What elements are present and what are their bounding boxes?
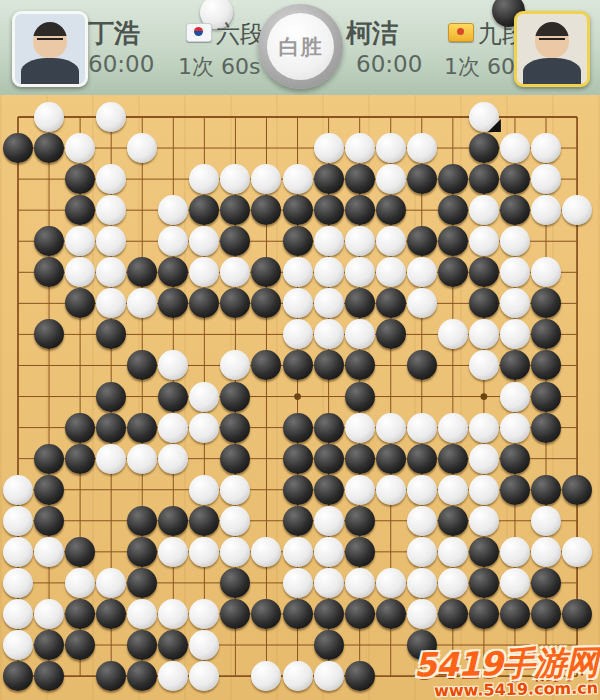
- stone-black[interactable]: [500, 195, 530, 225]
- stone-black[interactable]: [283, 350, 313, 380]
- stone-white[interactable]: [158, 444, 188, 474]
- stone-white[interactable]: [314, 226, 344, 256]
- stone-black[interactable]: [314, 164, 344, 194]
- stone-white[interactable]: [314, 537, 344, 567]
- stone-black[interactable]: [220, 382, 250, 412]
- stone-black[interactable]: [158, 382, 188, 412]
- player-white-rank: 六段: [216, 18, 264, 50]
- stone-black[interactable]: [158, 506, 188, 536]
- stone-white[interactable]: [407, 568, 437, 598]
- stone-white[interactable]: [96, 102, 126, 132]
- stone-black[interactable]: [314, 444, 344, 474]
- stone-white[interactable]: [376, 133, 406, 163]
- stone-white[interactable]: [376, 257, 406, 287]
- player-white-time: 60:00: [88, 51, 154, 77]
- stone-white[interactable]: [3, 568, 33, 598]
- stone-black[interactable]: [345, 164, 375, 194]
- gold-badge-icon: [448, 23, 474, 42]
- go-board[interactable]: [0, 95, 600, 700]
- watermark-title: 5419手游网: [414, 645, 598, 681]
- stone-white[interactable]: [158, 537, 188, 567]
- stone-white[interactable]: [345, 568, 375, 598]
- stone-black[interactable]: [438, 257, 468, 287]
- stone-black[interactable]: [34, 133, 64, 163]
- stone-white[interactable]: [3, 506, 33, 536]
- stone-black[interactable]: [438, 195, 468, 225]
- stone-white[interactable]: [189, 537, 219, 567]
- stone-white[interactable]: [407, 599, 437, 629]
- stone-black[interactable]: [34, 444, 64, 474]
- stone-black[interactable]: [345, 444, 375, 474]
- stone-white[interactable]: [127, 444, 157, 474]
- player-black-name: 柯洁: [346, 16, 398, 51]
- stone-black[interactable]: [438, 444, 468, 474]
- stone-white[interactable]: [3, 630, 33, 660]
- stone-white[interactable]: [407, 475, 437, 505]
- stone-black[interactable]: [438, 599, 468, 629]
- stone-white[interactable]: [345, 257, 375, 287]
- stone-white[interactable]: [531, 164, 561, 194]
- avatar-glasses: [37, 38, 63, 47]
- stone-black[interactable]: [314, 475, 344, 505]
- stone-black[interactable]: [531, 382, 561, 412]
- player-black-time: 60:00: [356, 51, 422, 77]
- stone-black[interactable]: [345, 288, 375, 318]
- stone-white[interactable]: [345, 475, 375, 505]
- stone-white[interactable]: [500, 382, 530, 412]
- stone-black[interactable]: [314, 195, 344, 225]
- stone-white[interactable]: [438, 568, 468, 598]
- stone-white[interactable]: [407, 257, 437, 287]
- stone-black[interactable]: [376, 195, 406, 225]
- stone-black[interactable]: [283, 506, 313, 536]
- stone-white[interactable]: [189, 475, 219, 505]
- stone-black[interactable]: [127, 568, 157, 598]
- stone-white[interactable]: [345, 413, 375, 443]
- stone-white[interactable]: [314, 661, 344, 691]
- stone-black[interactable]: [531, 568, 561, 598]
- stone-black[interactable]: [34, 475, 64, 505]
- stone-black[interactable]: [469, 599, 499, 629]
- stone-white[interactable]: [531, 195, 561, 225]
- stone-white[interactable]: [438, 475, 468, 505]
- stone-black[interactable]: [562, 599, 592, 629]
- stone-white[interactable]: [189, 382, 219, 412]
- stone-white[interactable]: [65, 568, 95, 598]
- player-white-avatar[interactable]: [12, 11, 88, 87]
- stone-white[interactable]: [283, 288, 313, 318]
- stone-white[interactable]: [376, 226, 406, 256]
- player-white-name: 丁浩: [88, 16, 140, 51]
- watermark-url: www.5419.com.cn: [414, 680, 598, 699]
- stone-black[interactable]: [34, 630, 64, 660]
- stone-black[interactable]: [376, 444, 406, 474]
- stone-black[interactable]: [3, 133, 33, 163]
- stone-white[interactable]: [158, 413, 188, 443]
- avatar-body: [523, 58, 581, 87]
- stone-white[interactable]: [376, 164, 406, 194]
- stone-white[interactable]: [469, 444, 499, 474]
- stone-white[interactable]: [407, 537, 437, 567]
- stone-black[interactable]: [283, 413, 313, 443]
- stone-black[interactable]: [34, 506, 64, 536]
- stone-black[interactable]: [283, 195, 313, 225]
- stone-black[interactable]: [469, 164, 499, 194]
- stone-white[interactable]: [407, 506, 437, 536]
- stone-white[interactable]: [283, 661, 313, 691]
- stone-white[interactable]: [220, 506, 250, 536]
- stone-black[interactable]: [3, 661, 33, 691]
- stone-white[interactable]: [314, 133, 344, 163]
- stone-white[interactable]: [34, 102, 64, 132]
- stone-white[interactable]: [500, 133, 530, 163]
- stone-white[interactable]: [531, 537, 561, 567]
- stone-black[interactable]: [345, 599, 375, 629]
- stone-white[interactable]: [407, 133, 437, 163]
- stone-white[interactable]: [345, 319, 375, 349]
- stone-white[interactable]: [531, 506, 561, 536]
- stone-black[interactable]: [65, 537, 95, 567]
- stone-white[interactable]: [314, 568, 344, 598]
- stone-white[interactable]: [283, 319, 313, 349]
- stone-black[interactable]: [500, 475, 530, 505]
- stone-black[interactable]: [376, 288, 406, 318]
- stone-white[interactable]: [283, 537, 313, 567]
- stone-black[interactable]: [65, 444, 95, 474]
- stone-black[interactable]: [531, 599, 561, 629]
- stone-white[interactable]: [469, 506, 499, 536]
- stone-white[interactable]: [407, 288, 437, 318]
- stone-white[interactable]: [500, 537, 530, 567]
- stone-white[interactable]: [531, 133, 561, 163]
- stone-black[interactable]: [96, 413, 126, 443]
- stone-white[interactable]: [500, 568, 530, 598]
- stone-black[interactable]: [127, 413, 157, 443]
- stone-black[interactable]: [407, 444, 437, 474]
- stone-white[interactable]: [283, 257, 313, 287]
- korea-flag-icon: [186, 23, 212, 42]
- stone-black[interactable]: [438, 506, 468, 536]
- stone-black[interactable]: [96, 382, 126, 412]
- stone-black[interactable]: [531, 475, 561, 505]
- stone-black[interactable]: [65, 413, 95, 443]
- stone-white[interactable]: [469, 226, 499, 256]
- stone-black[interactable]: [314, 630, 344, 660]
- stone-white[interactable]: [469, 475, 499, 505]
- stone-white[interactable]: [376, 413, 406, 443]
- stone-black[interactable]: [500, 599, 530, 629]
- stone-black[interactable]: [438, 226, 468, 256]
- stone-black[interactable]: [314, 599, 344, 629]
- stone-black[interactable]: [314, 413, 344, 443]
- stone-black[interactable]: [189, 506, 219, 536]
- stone-white[interactable]: [314, 506, 344, 536]
- stone-white[interactable]: [376, 475, 406, 505]
- stone-black[interactable]: [220, 413, 250, 443]
- stone-black[interactable]: [127, 506, 157, 536]
- stone-white[interactable]: [438, 413, 468, 443]
- stone-white[interactable]: [314, 288, 344, 318]
- stone-white[interactable]: [562, 537, 592, 567]
- avatar-glasses: [539, 38, 565, 47]
- stone-white[interactable]: [3, 599, 33, 629]
- stone-white[interactable]: [3, 537, 33, 567]
- stone-black[interactable]: [500, 164, 530, 194]
- stone-white[interactable]: [469, 413, 499, 443]
- stone-white[interactable]: [469, 102, 499, 132]
- stone-black[interactable]: [345, 382, 375, 412]
- stone-black[interactable]: [376, 599, 406, 629]
- stone-white[interactable]: [96, 444, 126, 474]
- stone-black[interactable]: [283, 444, 313, 474]
- stone-black[interactable]: [345, 537, 375, 567]
- stone-black[interactable]: [96, 599, 126, 629]
- stone-black[interactable]: [531, 413, 561, 443]
- stone-black[interactable]: [469, 133, 499, 163]
- match-header: 丁浩 60:00 六段 1次 60s 白胜 柯洁 60:00 九段 1次 60s: [0, 0, 600, 96]
- stone-black[interactable]: [438, 164, 468, 194]
- stone-white[interactable]: [314, 257, 344, 287]
- stone-white[interactable]: [345, 226, 375, 256]
- stone-white[interactable]: [283, 568, 313, 598]
- stone-white[interactable]: [127, 599, 157, 629]
- stone-white[interactable]: [345, 133, 375, 163]
- stone-black[interactable]: [345, 661, 375, 691]
- stone-black[interactable]: [127, 537, 157, 567]
- stone-black[interactable]: [376, 319, 406, 349]
- stone-black[interactable]: [500, 444, 530, 474]
- result-button[interactable]: 白胜: [258, 4, 343, 89]
- player-black-avatar[interactable]: [514, 11, 590, 87]
- stone-black[interactable]: [562, 475, 592, 505]
- watermark: 5419手游网 www.5419.com.cn: [414, 645, 599, 699]
- result-label: 白胜: [279, 33, 323, 61]
- stone-white[interactable]: [3, 475, 33, 505]
- stone-black[interactable]: [220, 444, 250, 474]
- stone-black[interactable]: [314, 350, 344, 380]
- avatar-body: [21, 58, 79, 87]
- stone-black[interactable]: [407, 226, 437, 256]
- stone-black[interactable]: [345, 195, 375, 225]
- stone-white[interactable]: [283, 164, 313, 194]
- stone-black[interactable]: [283, 599, 313, 629]
- result-button-face: 白胜: [267, 13, 334, 80]
- stone-black[interactable]: [345, 350, 375, 380]
- stone-white[interactable]: [407, 413, 437, 443]
- stone-black[interactable]: [469, 568, 499, 598]
- stone-white[interactable]: [500, 413, 530, 443]
- stone-white[interactable]: [96, 568, 126, 598]
- stone-white[interactable]: [34, 599, 64, 629]
- stone-white[interactable]: [438, 537, 468, 567]
- stone-black[interactable]: [469, 537, 499, 567]
- stone-white[interactable]: [189, 413, 219, 443]
- stone-black[interactable]: [469, 257, 499, 287]
- stone-white[interactable]: [220, 475, 250, 505]
- stone-black[interactable]: [65, 599, 95, 629]
- stone-white[interactable]: [500, 226, 530, 256]
- stone-white[interactable]: [314, 319, 344, 349]
- stone-white[interactable]: [65, 133, 95, 163]
- stone-black[interactable]: [34, 661, 64, 691]
- stone-black[interactable]: [407, 164, 437, 194]
- stone-white[interactable]: [376, 568, 406, 598]
- stone-black[interactable]: [65, 630, 95, 660]
- stone-white[interactable]: [469, 195, 499, 225]
- player-white-byoyomi: 1次 60s: [178, 52, 260, 82]
- stone-white[interactable]: [34, 537, 64, 567]
- stone-black[interactable]: [283, 475, 313, 505]
- stone-black[interactable]: [283, 226, 313, 256]
- stone-black[interactable]: [345, 506, 375, 536]
